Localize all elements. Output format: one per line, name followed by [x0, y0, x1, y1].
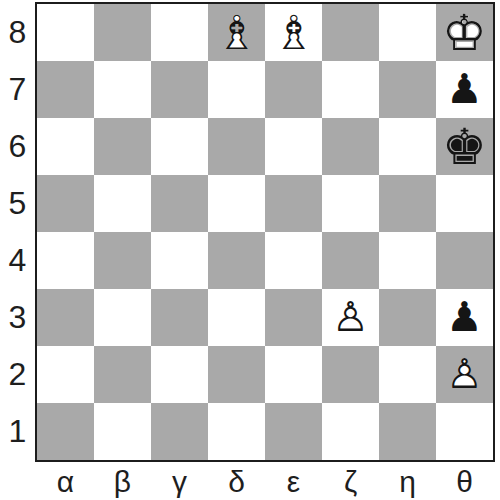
square-ζ5[interactable] — [322, 175, 379, 232]
square-δ6[interactable] — [208, 118, 265, 175]
chess-diagram: 87654321 ♝♗♝♗♚♔♟♚♟♙♟♟♙ αβγδεζηθ — [0, 0, 500, 500]
piece-black-king-θ6: ♚ — [436, 118, 493, 175]
chess-board: ♝♗♝♗♚♔♟♚♟♙♟♟♙ — [35, 2, 495, 462]
square-ε3[interactable] — [265, 289, 322, 346]
square-η5[interactable] — [379, 175, 436, 232]
file-label-δ: δ — [208, 462, 265, 500]
square-ζ1[interactable] — [322, 403, 379, 460]
square-γ1[interactable] — [151, 403, 208, 460]
square-ε5[interactable] — [265, 175, 322, 232]
square-ζ8[interactable] — [322, 4, 379, 61]
piece-black-pawn-θ3: ♟ — [436, 289, 493, 346]
piece-white-bishop-δ8: ♗ — [208, 4, 265, 61]
square-α8[interactable] — [37, 4, 94, 61]
square-β4[interactable] — [94, 232, 151, 289]
square-θ7[interactable]: ♟ — [436, 61, 493, 118]
square-η6[interactable] — [379, 118, 436, 175]
file-label-ε: ε — [265, 462, 322, 500]
square-γ8[interactable] — [151, 4, 208, 61]
piece-white-king-θ8: ♔ — [436, 4, 493, 61]
rank-label-3: 3 — [0, 289, 35, 346]
square-η4[interactable] — [379, 232, 436, 289]
square-α6[interactable] — [37, 118, 94, 175]
file-label-θ: θ — [436, 462, 493, 500]
square-θ2[interactable]: ♟♙ — [436, 346, 493, 403]
square-β1[interactable] — [94, 403, 151, 460]
square-α4[interactable] — [37, 232, 94, 289]
rank-label-4: 4 — [0, 232, 35, 289]
square-α3[interactable] — [37, 289, 94, 346]
square-ε4[interactable] — [265, 232, 322, 289]
square-ζ4[interactable] — [322, 232, 379, 289]
square-ε7[interactable] — [265, 61, 322, 118]
piece-white-pawn-θ2: ♙ — [436, 346, 493, 403]
square-β5[interactable] — [94, 175, 151, 232]
piece-white-pawn-ζ3: ♙ — [322, 289, 379, 346]
white-pawn-fill: ♟ — [436, 346, 493, 403]
rank-label-7: 7 — [0, 61, 35, 118]
square-ε6[interactable] — [265, 118, 322, 175]
white-pawn-fill: ♟ — [322, 289, 379, 346]
square-γ3[interactable] — [151, 289, 208, 346]
square-β2[interactable] — [94, 346, 151, 403]
square-β6[interactable] — [94, 118, 151, 175]
square-ζ2[interactable] — [322, 346, 379, 403]
square-η1[interactable] — [379, 403, 436, 460]
square-γ4[interactable] — [151, 232, 208, 289]
piece-white-bishop-ε8: ♗ — [265, 4, 322, 61]
file-label-α: α — [37, 462, 94, 500]
square-δ1[interactable] — [208, 403, 265, 460]
white-king-fill: ♚ — [436, 4, 493, 61]
square-α7[interactable] — [37, 61, 94, 118]
square-θ6[interactable]: ♚ — [436, 118, 493, 175]
piece-black-pawn-θ7: ♟ — [436, 61, 493, 118]
square-ε2[interactable] — [265, 346, 322, 403]
square-β7[interactable] — [94, 61, 151, 118]
square-θ5[interactable] — [436, 175, 493, 232]
white-bishop-fill: ♝ — [265, 4, 322, 61]
rank-label-8: 8 — [0, 4, 35, 61]
square-ε1[interactable] — [265, 403, 322, 460]
square-θ4[interactable] — [436, 232, 493, 289]
square-θ3[interactable]: ♟ — [436, 289, 493, 346]
square-α1[interactable] — [37, 403, 94, 460]
file-label-η: η — [379, 462, 436, 500]
file-label-β: β — [94, 462, 151, 500]
square-γ5[interactable] — [151, 175, 208, 232]
square-η7[interactable] — [379, 61, 436, 118]
rank-labels: 87654321 — [0, 4, 35, 460]
file-label-ζ: ζ — [322, 462, 379, 500]
square-θ8[interactable]: ♚♔ — [436, 4, 493, 61]
square-δ3[interactable] — [208, 289, 265, 346]
square-α2[interactable] — [37, 346, 94, 403]
rank-label-5: 5 — [0, 175, 35, 232]
file-label-γ: γ — [151, 462, 208, 500]
square-γ7[interactable] — [151, 61, 208, 118]
rank-label-6: 6 — [0, 118, 35, 175]
square-γ2[interactable] — [151, 346, 208, 403]
square-β8[interactable] — [94, 4, 151, 61]
square-δ4[interactable] — [208, 232, 265, 289]
square-θ1[interactable] — [436, 403, 493, 460]
square-δ7[interactable] — [208, 61, 265, 118]
square-ε8[interactable]: ♝♗ — [265, 4, 322, 61]
square-ζ3[interactable]: ♟♙ — [322, 289, 379, 346]
square-δ2[interactable] — [208, 346, 265, 403]
square-α5[interactable] — [37, 175, 94, 232]
rank-label-2: 2 — [0, 346, 35, 403]
square-η3[interactable] — [379, 289, 436, 346]
square-ζ6[interactable] — [322, 118, 379, 175]
square-β3[interactable] — [94, 289, 151, 346]
square-η8[interactable] — [379, 4, 436, 61]
square-ζ7[interactable] — [322, 61, 379, 118]
square-γ6[interactable] — [151, 118, 208, 175]
white-bishop-fill: ♝ — [208, 4, 265, 61]
rank-label-1: 1 — [0, 403, 35, 460]
square-η2[interactable] — [379, 346, 436, 403]
file-labels: αβγδεζηθ — [37, 462, 493, 500]
square-δ5[interactable] — [208, 175, 265, 232]
square-δ8[interactable]: ♝♗ — [208, 4, 265, 61]
